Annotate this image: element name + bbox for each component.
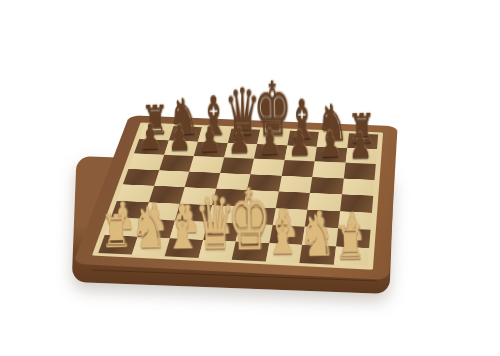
board-tilt-wrapper: ♜♞♝♛♚♝♞♜♟♟♟♟♟♟♟♟♟♟♟♟♟♟♟♟♜♞♝♛♚♝♞♜: [98, 41, 395, 338]
square-b5[interactable]: [154, 170, 190, 187]
piece-white-knight[interactable]: ♞: [298, 207, 336, 265]
square-f5[interactable]: [278, 175, 312, 192]
piece-black-pawn[interactable]: ♟: [349, 128, 373, 164]
square-g1[interactable]: ♞: [299, 245, 335, 265]
square-f1[interactable]: ♝: [265, 243, 302, 263]
square-h1[interactable]: ♜: [333, 246, 369, 266]
piece-white-rook[interactable]: ♜: [100, 208, 132, 254]
square-c6[interactable]: [189, 156, 223, 173]
piece-black-pawn[interactable]: ♟: [228, 123, 252, 158]
piece-black-pawn[interactable]: ♟: [168, 120, 192, 155]
board-margin: ♜♞♝♛♚♝♞♜♟♟♟♟♟♟♟♟♟♟♟♟♟♟♟♟♜♞♝♛♚♝♞♜: [92, 122, 383, 269]
square-h5[interactable]: [342, 178, 375, 196]
square-f6[interactable]: [281, 160, 314, 177]
square-d7[interactable]: ♟: [224, 143, 257, 159]
square-b6[interactable]: [159, 155, 194, 172]
piece-white-bishop[interactable]: ♝: [264, 201, 302, 263]
square-h6[interactable]: [343, 163, 375, 180]
piece-black-pawn[interactable]: ♟: [288, 125, 312, 161]
square-c7[interactable]: ♟: [194, 141, 228, 157]
square-g7[interactable]: ♟: [315, 147, 347, 163]
square-g5[interactable]: [310, 177, 343, 194]
square-b7[interactable]: ♟: [164, 140, 198, 156]
square-e1[interactable]: ♚: [232, 241, 269, 261]
board-frame: ♜♞♝♛♚♝♞♜♟♟♟♟♟♟♟♟♟♟♟♟♟♟♟♟♜♞♝♛♚♝♞♜: [73, 115, 398, 280]
square-h7[interactable]: ♟: [345, 148, 377, 164]
square-a5[interactable]: [123, 169, 159, 186]
square-e7[interactable]: ♟: [254, 144, 287, 160]
piece-white-rook[interactable]: ♜: [334, 219, 367, 266]
square-f7[interactable]: ♟: [284, 145, 317, 161]
piece-white-knight[interactable]: ♞: [130, 199, 167, 256]
piece-black-pawn[interactable]: ♟: [318, 126, 342, 162]
board-grid: ♜♞♝♛♚♝♞♜♟♟♟♟♟♟♟♟♟♟♟♟♟♟♟♟♜♞♝♛♚♝♞♜: [98, 125, 378, 267]
piece-black-pawn[interactable]: ♟: [138, 119, 162, 154]
piece-black-pawn[interactable]: ♟: [198, 121, 222, 156]
chess-set-photo: ♜♞♝♛♚♝♞♜♟♟♟♟♟♟♟♟♟♟♟♟♟♟♟♟♜♞♝♛♚♝♞♜: [0, 0, 500, 356]
piece-black-pawn[interactable]: ♟: [258, 124, 282, 159]
square-g6[interactable]: [312, 161, 345, 178]
